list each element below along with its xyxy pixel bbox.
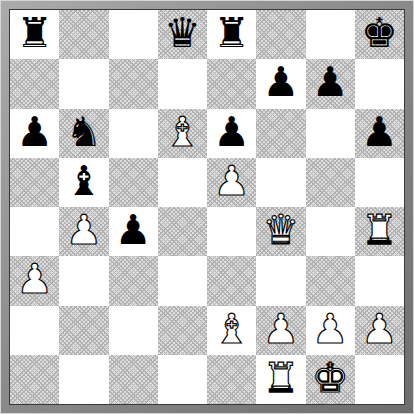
- piece-white-pawn: ♟: [65, 210, 102, 251]
- square-d5[interactable]: [158, 158, 207, 207]
- chess-board: ♜♛♜♚♟♟♟♞♝♟♟♝♟♟♟♛♜♟♝♟♟♟♜♚: [9, 9, 405, 405]
- piece-white-rook: ♜: [361, 210, 398, 251]
- piece-black-pawn: ♟: [262, 62, 299, 103]
- square-f8[interactable]: [256, 10, 305, 59]
- piece-black-knight: ♞: [65, 112, 102, 153]
- square-c7[interactable]: [109, 59, 158, 108]
- square-e8[interactable]: ♜: [207, 10, 256, 59]
- square-d1[interactable]: [158, 355, 207, 404]
- piece-black-queen: ♛: [164, 13, 201, 54]
- square-f4[interactable]: ♛: [256, 207, 305, 256]
- square-c4[interactable]: ♟: [109, 207, 158, 256]
- square-g7[interactable]: ♟: [306, 59, 355, 108]
- piece-white-pawn: ♟: [312, 309, 349, 350]
- square-f5[interactable]: [256, 158, 305, 207]
- square-e1[interactable]: [207, 355, 256, 404]
- piece-white-king: ♚: [312, 358, 349, 399]
- square-g4[interactable]: [306, 207, 355, 256]
- square-g1[interactable]: ♚: [306, 355, 355, 404]
- square-h2[interactable]: ♟: [355, 306, 404, 355]
- square-e7[interactable]: [207, 59, 256, 108]
- piece-white-bishop: ♝: [164, 112, 201, 153]
- square-b2[interactable]: [59, 306, 108, 355]
- square-a1[interactable]: [10, 355, 59, 404]
- square-f7[interactable]: ♟: [256, 59, 305, 108]
- square-g6[interactable]: [306, 109, 355, 158]
- piece-black-rook: ♜: [213, 13, 250, 54]
- square-c2[interactable]: [109, 306, 158, 355]
- square-d6[interactable]: ♝: [158, 109, 207, 158]
- square-h1[interactable]: [355, 355, 404, 404]
- square-d8[interactable]: ♛: [158, 10, 207, 59]
- square-d4[interactable]: [158, 207, 207, 256]
- square-b4[interactable]: ♟: [59, 207, 108, 256]
- square-d2[interactable]: [158, 306, 207, 355]
- piece-black-rook: ♜: [16, 13, 53, 54]
- square-e4[interactable]: [207, 207, 256, 256]
- square-a5[interactable]: [10, 158, 59, 207]
- piece-black-pawn: ♟: [16, 112, 53, 153]
- piece-black-pawn: ♟: [312, 62, 349, 103]
- square-c1[interactable]: [109, 355, 158, 404]
- square-h3[interactable]: [355, 256, 404, 305]
- square-a3[interactable]: ♟: [10, 256, 59, 305]
- square-e5[interactable]: ♟: [207, 158, 256, 207]
- square-b6[interactable]: ♞: [59, 109, 108, 158]
- square-c5[interactable]: [109, 158, 158, 207]
- square-b1[interactable]: [59, 355, 108, 404]
- square-a4[interactable]: [10, 207, 59, 256]
- square-e2[interactable]: ♝: [207, 306, 256, 355]
- square-g8[interactable]: [306, 10, 355, 59]
- square-b5[interactable]: ♝: [59, 158, 108, 207]
- piece-black-pawn: ♟: [213, 112, 250, 153]
- piece-white-pawn: ♟: [213, 161, 250, 202]
- square-e6[interactable]: ♟: [207, 109, 256, 158]
- square-f3[interactable]: [256, 256, 305, 305]
- square-h8[interactable]: ♚: [355, 10, 404, 59]
- square-h5[interactable]: [355, 158, 404, 207]
- piece-black-pawn: ♟: [115, 210, 152, 251]
- square-g2[interactable]: ♟: [306, 306, 355, 355]
- square-b8[interactable]: [59, 10, 108, 59]
- square-d7[interactable]: [158, 59, 207, 108]
- piece-white-queen: ♛: [262, 210, 299, 251]
- square-f1[interactable]: ♜: [256, 355, 305, 404]
- square-f6[interactable]: [256, 109, 305, 158]
- square-a2[interactable]: [10, 306, 59, 355]
- piece-black-bishop: ♝: [65, 161, 102, 202]
- square-c3[interactable]: [109, 256, 158, 305]
- piece-black-pawn: ♟: [361, 112, 398, 153]
- square-a6[interactable]: ♟: [10, 109, 59, 158]
- board-frame: ♜♛♜♚♟♟♟♞♝♟♟♝♟♟♟♛♜♟♝♟♟♟♜♚: [0, 0, 414, 414]
- square-h7[interactable]: [355, 59, 404, 108]
- square-c6[interactable]: [109, 109, 158, 158]
- square-d3[interactable]: [158, 256, 207, 305]
- square-h6[interactable]: ♟: [355, 109, 404, 158]
- piece-white-rook: ♜: [262, 358, 299, 399]
- piece-white-pawn: ♟: [262, 309, 299, 350]
- square-g5[interactable]: [306, 158, 355, 207]
- square-f2[interactable]: ♟: [256, 306, 305, 355]
- square-h4[interactable]: ♜: [355, 207, 404, 256]
- square-c8[interactable]: [109, 10, 158, 59]
- square-e3[interactable]: [207, 256, 256, 305]
- square-b3[interactable]: [59, 256, 108, 305]
- square-a7[interactable]: [10, 59, 59, 108]
- piece-white-pawn: ♟: [361, 309, 398, 350]
- square-a8[interactable]: ♜: [10, 10, 59, 59]
- piece-white-bishop: ♝: [213, 309, 250, 350]
- square-g3[interactable]: [306, 256, 355, 305]
- piece-white-pawn: ♟: [16, 259, 53, 300]
- piece-black-king: ♚: [361, 13, 398, 54]
- square-b7[interactable]: [59, 59, 108, 108]
